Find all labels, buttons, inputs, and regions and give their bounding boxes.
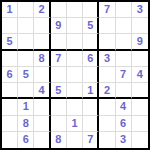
cell-r5c5-empty[interactable] [67,67,83,83]
cell-r1c2-empty[interactable] [18,2,34,18]
cell-r7c2-given-1[interactable]: 1 [18,99,34,115]
cell-r3c9-given-9[interactable]: 9 [132,34,148,50]
cell-r4c1-empty[interactable] [2,51,18,67]
cell-r1c1-given-1[interactable]: 1 [2,2,18,18]
cell-r2c7-empty[interactable] [99,18,115,34]
cell-r7c4-empty[interactable] [51,99,67,115]
cell-r1c9-given-3[interactable]: 3 [132,2,148,18]
cell-r3c7-empty[interactable] [99,34,115,50]
cell-r2c4-given-9[interactable]: 9 [51,18,67,34]
cell-r6c6-given-1[interactable]: 1 [83,83,99,99]
cell-r8c8-given-6[interactable]: 6 [116,116,132,132]
cell-r4c6-given-6[interactable]: 6 [83,51,99,67]
cell-r4c3-given-8[interactable]: 8 [34,51,50,67]
cell-r3c3-empty[interactable] [34,34,50,50]
cell-r1c4-empty[interactable] [51,2,67,18]
cell-r7c1-empty[interactable] [2,99,18,115]
cell-r3c4-empty[interactable] [51,34,67,50]
cell-r9c6-given-7[interactable]: 7 [83,132,99,148]
cell-r4c8-empty[interactable] [116,51,132,67]
cell-r7c5-empty[interactable] [67,99,83,115]
cell-r2c1-empty[interactable] [2,18,18,34]
cell-r4c4-given-7[interactable]: 7 [51,51,67,67]
cell-r7c8-given-4[interactable]: 4 [116,99,132,115]
cell-r8c9-empty[interactable] [132,116,148,132]
cell-r9c1-empty[interactable] [2,132,18,148]
cell-r9c5-empty[interactable] [67,132,83,148]
cell-r2c8-empty[interactable] [116,18,132,34]
cell-r1c3-given-2[interactable]: 2 [34,2,50,18]
cell-r4c7-given-3[interactable]: 3 [99,51,115,67]
cell-r8c5-given-1[interactable]: 1 [67,116,83,132]
cell-r6c7-given-2[interactable]: 2 [99,83,115,99]
cell-r4c9-empty[interactable] [132,51,148,67]
cell-r5c6-empty[interactable] [83,67,99,83]
cell-r3c8-empty[interactable] [116,34,132,50]
cell-r8c3-empty[interactable] [34,116,50,132]
cell-r7c3-empty[interactable] [34,99,50,115]
cell-r8c6-empty[interactable] [83,116,99,132]
cell-r3c2-empty[interactable] [18,34,34,50]
cell-r6c3-given-4[interactable]: 4 [34,83,50,99]
cell-r6c2-empty[interactable] [18,83,34,99]
cell-r5c3-empty[interactable] [34,67,50,83]
cell-r2c3-empty[interactable] [34,18,50,34]
cell-r9c3-empty[interactable] [34,132,50,148]
cell-r9c4-given-8[interactable]: 8 [51,132,67,148]
cell-r5c8-given-7[interactable]: 7 [116,67,132,83]
cell-r7c6-empty[interactable] [83,99,99,115]
cell-r8c2-given-8[interactable]: 8 [18,116,34,132]
cell-r5c2-given-5[interactable]: 5 [18,67,34,83]
cell-r5c7-empty[interactable] [99,67,115,83]
cell-r5c9-given-4[interactable]: 4 [132,67,148,83]
cell-r2c5-empty[interactable] [67,18,83,34]
cell-r9c7-empty[interactable] [99,132,115,148]
cell-r3c6-empty[interactable] [83,34,99,50]
cell-r9c2-given-6[interactable]: 6 [18,132,34,148]
cell-r2c6-given-5[interactable]: 5 [83,18,99,34]
cell-r3c1-given-5[interactable]: 5 [2,34,18,50]
cell-r2c9-empty[interactable] [132,18,148,34]
cell-r1c6-empty[interactable] [83,2,99,18]
cell-r4c2-empty[interactable] [18,51,34,67]
cell-r8c7-empty[interactable] [99,116,115,132]
cell-r9c9-empty[interactable] [132,132,148,148]
cell-r1c5-empty[interactable] [67,2,83,18]
cell-r7c7-empty[interactable] [99,99,115,115]
cell-r1c8-empty[interactable] [116,2,132,18]
cell-r9c8-given-3[interactable]: 3 [116,132,132,148]
cell-r8c1-empty[interactable] [2,116,18,132]
sudoku-board: 12739559876365744512148166873 [0,0,150,150]
cell-r5c4-empty[interactable] [51,67,67,83]
cell-r5c1-given-6[interactable]: 6 [2,67,18,83]
cell-r3c5-empty[interactable] [67,34,83,50]
cell-r6c9-empty[interactable] [132,83,148,99]
cell-r7c9-empty[interactable] [132,99,148,115]
cell-r1c7-given-7[interactable]: 7 [99,2,115,18]
cell-r2c2-empty[interactable] [18,18,34,34]
cell-r8c4-empty[interactable] [51,116,67,132]
cell-r4c5-empty[interactable] [67,51,83,67]
cell-r6c5-empty[interactable] [67,83,83,99]
cell-r6c8-empty[interactable] [116,83,132,99]
cell-r6c4-given-5[interactable]: 5 [51,83,67,99]
cell-r6c1-empty[interactable] [2,83,18,99]
